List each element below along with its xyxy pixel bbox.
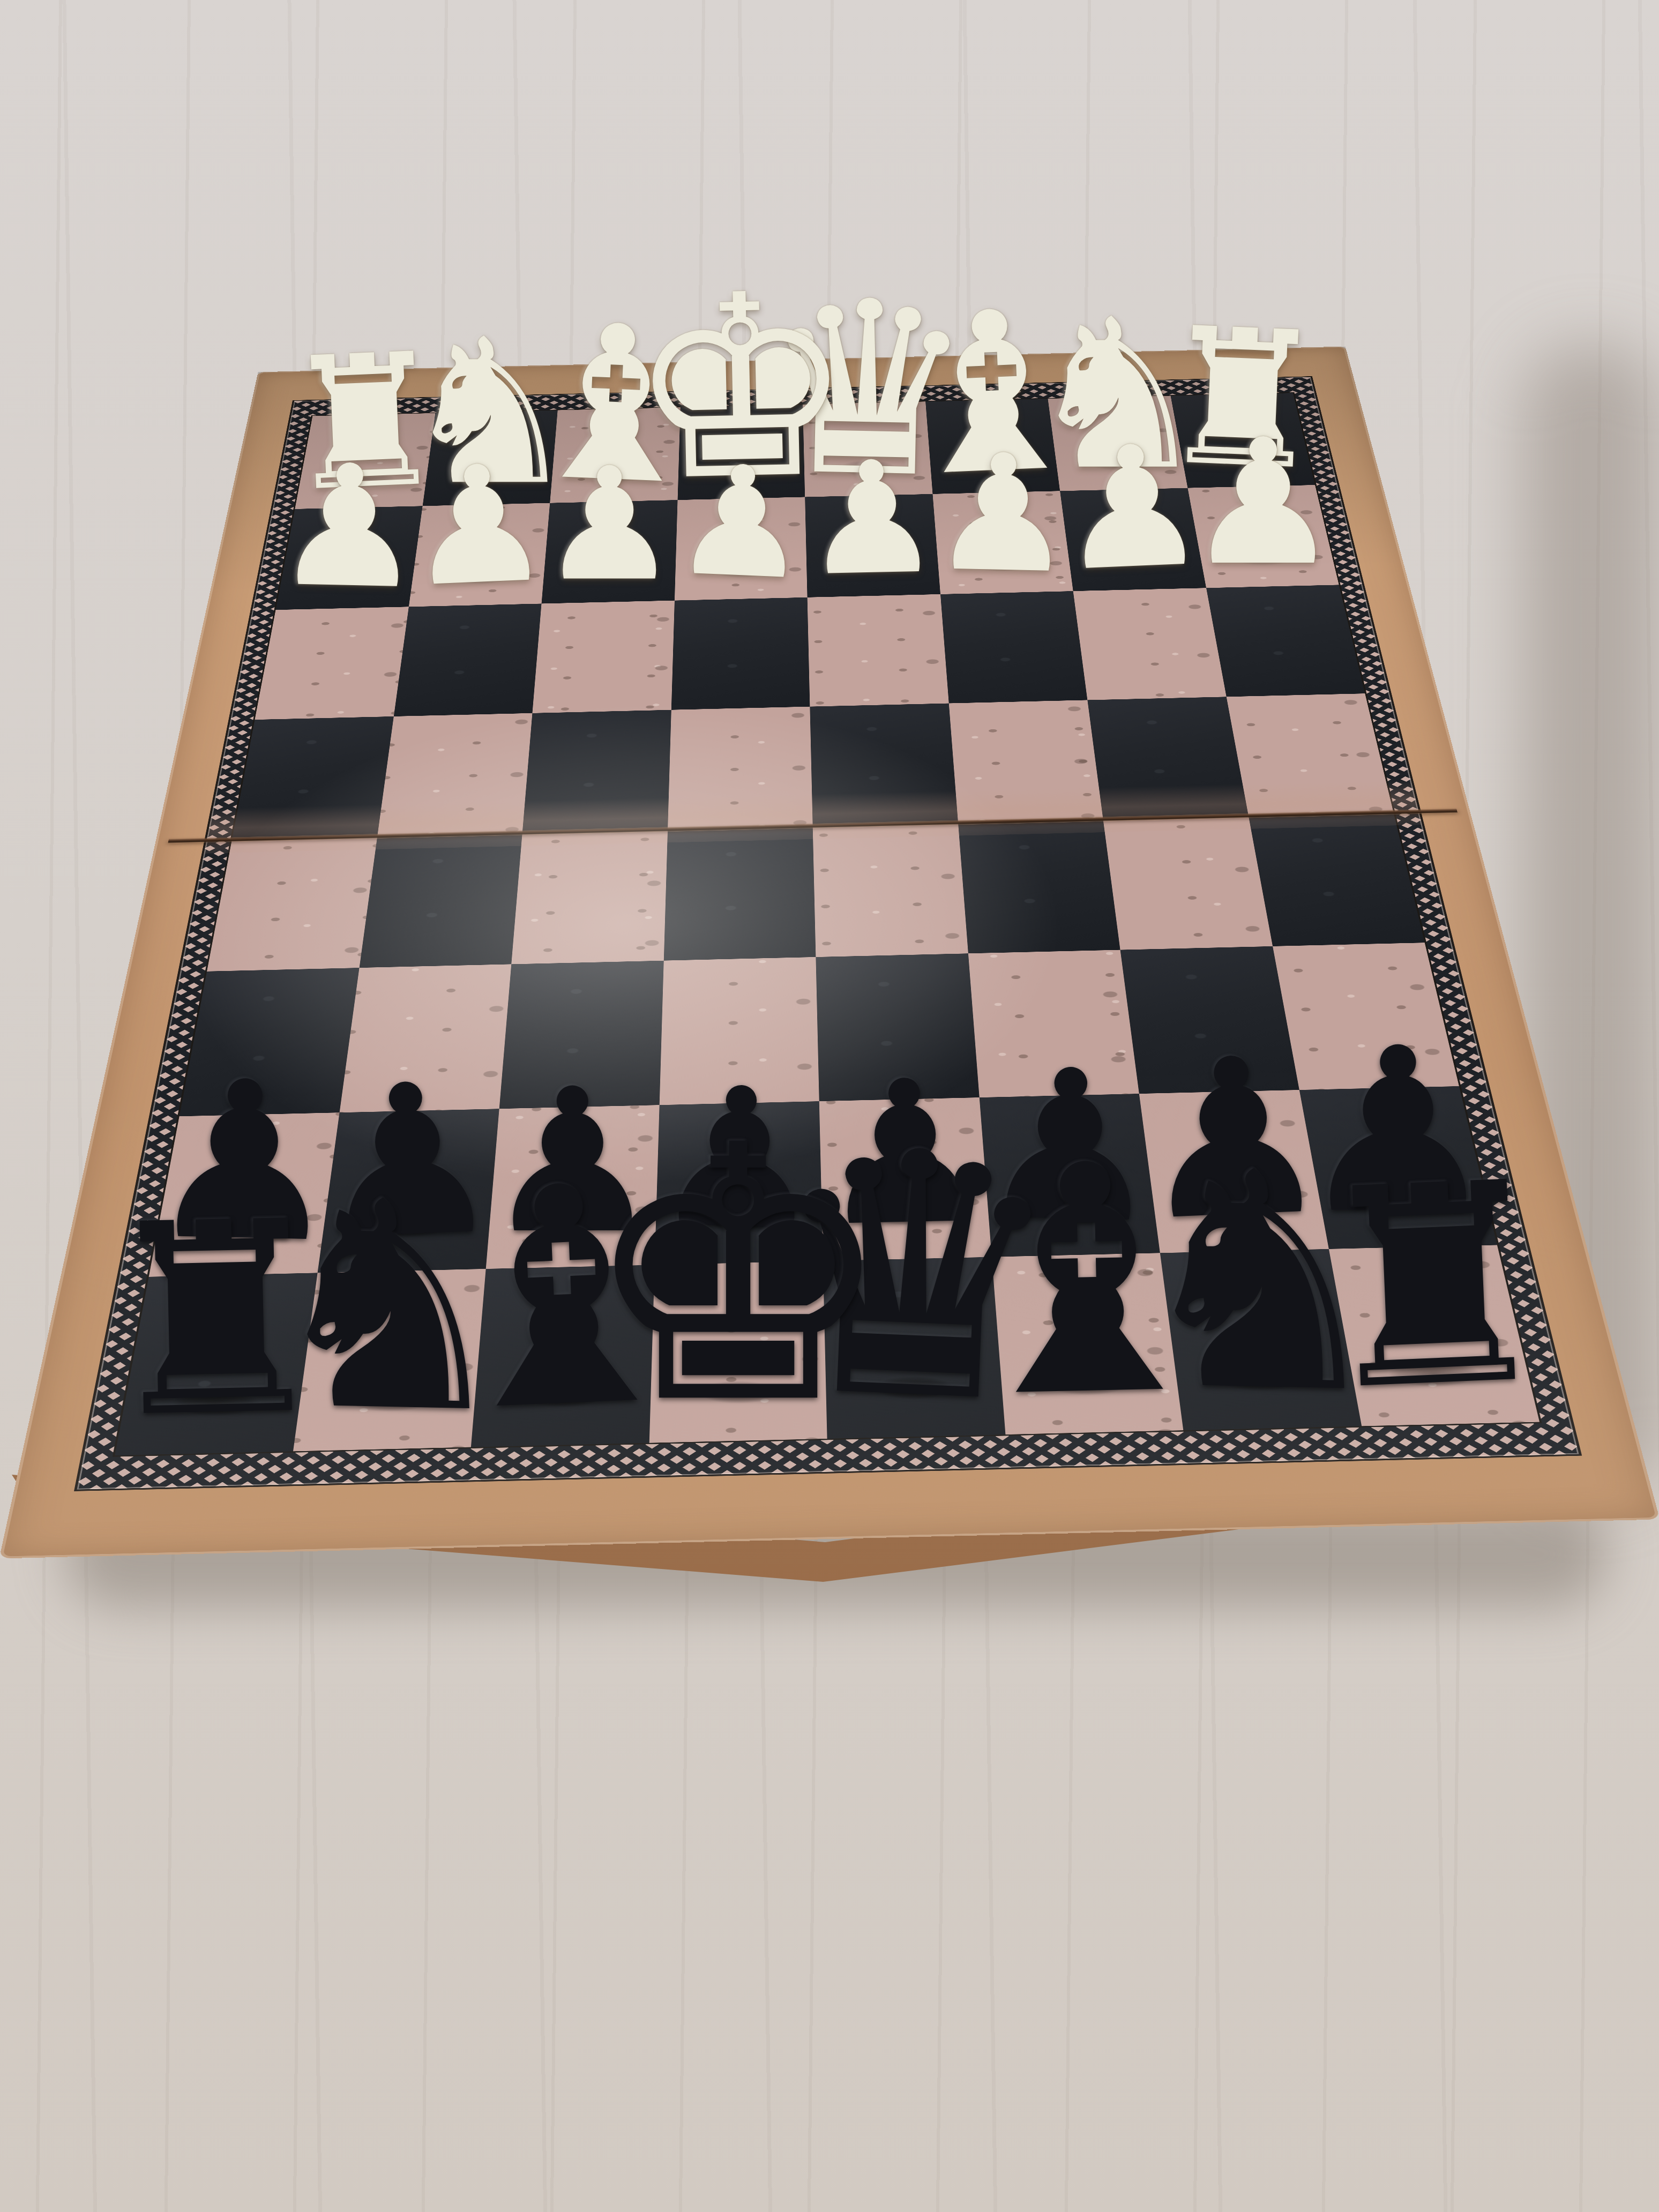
square-f3[interactable]: [532, 601, 674, 713]
piece-white-pawn-d2[interactable]: ♟: [802, 440, 944, 597]
square-a5[interactable]: [1248, 812, 1424, 946]
square-d4[interactable]: [810, 704, 958, 826]
pieces-layer: ♜♞♝♛♚♝♞♜♟♟♟♟♟♟♟♟♟♟♟♟♟♟♟♟♜♞♝♛♚♝♞♜: [0, 0, 1659, 2212]
square-d5[interactable]: [813, 823, 968, 957]
square-a4[interactable]: [1226, 693, 1393, 816]
square-g4[interactable]: [377, 713, 533, 836]
square-f4[interactable]: [522, 710, 671, 833]
square-b5[interactable]: [1103, 816, 1273, 950]
square-e5[interactable]: [663, 826, 816, 961]
piece-white-pawn-f2[interactable]: ♟: [540, 447, 679, 602]
piece-white-pawn-b2[interactable]: ♟: [1055, 422, 1211, 595]
square-g5[interactable]: [359, 833, 522, 968]
square-h4[interactable]: [232, 716, 394, 840]
square-h5[interactable]: [207, 836, 377, 972]
piece-white-pawn-e2[interactable]: ♟: [670, 444, 812, 602]
piece-white-pawn-g2[interactable]: ♟: [403, 442, 555, 610]
square-f5[interactable]: [511, 829, 667, 964]
piece-white-pawn-c2[interactable]: ♟: [929, 432, 1077, 596]
square-d3[interactable]: [808, 594, 949, 707]
photo-scene: ♜♞♝♛♚♝♞♜♟♟♟♟♟♟♟♟♟♟♟♟♟♟♟♟♜♞♝♛♚♝♞♜: [0, 0, 1659, 2212]
piece-white-pawn-h2[interactable]: ♟: [272, 441, 426, 612]
square-c5[interactable]: [958, 819, 1120, 953]
piece-black-rook-h8[interactable]: ♜: [95, 1186, 337, 1455]
square-b4[interactable]: [1087, 697, 1248, 819]
square-e4[interactable]: [668, 707, 813, 829]
square-e3[interactable]: [671, 597, 810, 710]
square-c4[interactable]: [948, 700, 1103, 823]
